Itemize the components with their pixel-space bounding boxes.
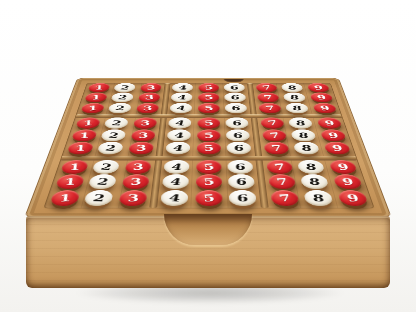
peg-1-r1c1[interactable]: 1 — [88, 82, 109, 92]
peg-6-r2c6[interactable]: 6 — [225, 92, 247, 102]
cell-r2c6: 6 — [222, 93, 250, 103]
peg-6-r3c6[interactable]: 6 — [225, 103, 247, 114]
cell-r8c1: 1 — [50, 175, 88, 191]
cell-r6c8: 8 — [291, 143, 325, 156]
peg-3-r3c3[interactable]: 3 — [136, 103, 159, 114]
box-front-face — [26, 216, 390, 288]
cell-r3c7: 7 — [256, 103, 285, 114]
cell-r2c3: 3 — [135, 93, 163, 103]
peg-5-r8c5[interactable]: 5 — [195, 174, 224, 190]
peg-3-r6c3[interactable]: 3 — [128, 142, 153, 155]
peg-7-r4c7[interactable]: 7 — [259, 117, 286, 129]
cell-r3c2: 2 — [105, 103, 135, 114]
peg-2-r1c2[interactable]: 2 — [113, 83, 137, 93]
peg-6-r4c6[interactable]: 6 — [226, 117, 249, 129]
product-photo-scene: 1234567891234567891234567891234567891234… — [0, 0, 416, 312]
cell-r9c5: 5 — [192, 191, 227, 208]
peg-5-r4c5[interactable]: 5 — [197, 117, 222, 129]
peg-3-r7c3[interactable]: 3 — [125, 160, 151, 175]
peg-5-r7c5[interactable]: 5 — [195, 159, 223, 174]
cell-r6c3: 3 — [124, 143, 157, 156]
peg-9-r1c9[interactable]: 9 — [306, 83, 330, 93]
cell-r9c4: 4 — [157, 191, 192, 208]
peg-8-r7c8[interactable]: 8 — [298, 159, 325, 174]
cell-r4c6: 6 — [223, 118, 253, 130]
cell-r5c3: 3 — [127, 130, 159, 143]
cell-r5c2: 2 — [97, 130, 130, 143]
peg-5-r5c5[interactable]: 5 — [196, 129, 222, 142]
peg-5-r6c5[interactable]: 5 — [196, 141, 222, 155]
cell-r4c1: 1 — [71, 118, 103, 130]
cell-r5c8: 8 — [288, 130, 321, 143]
peg-7-r9c7[interactable]: 7 — [269, 189, 301, 207]
peg-1-r8c1[interactable]: 1 — [56, 174, 84, 191]
peg-5-r9c5[interactable]: 5 — [194, 189, 224, 206]
cell-r2c2: 2 — [108, 93, 137, 103]
cell-r3c5: 5 — [195, 103, 223, 114]
sudoku-grid: 1234567891234567891234567891234567891234… — [45, 83, 374, 207]
peg-2-r4c2[interactable]: 2 — [103, 117, 130, 129]
cell-r8c8: 8 — [297, 175, 334, 191]
cell-r6c5: 5 — [193, 143, 224, 156]
peg-7-r5c7[interactable]: 7 — [261, 129, 289, 142]
cell-r6c6: 6 — [224, 143, 256, 156]
peg-3-r2c3[interactable]: 3 — [138, 92, 160, 102]
peg-4-r4c4[interactable]: 4 — [167, 117, 193, 129]
cell-r3c6: 6 — [222, 103, 250, 114]
cell-r4c2: 2 — [100, 118, 131, 130]
peg-8-r8c8[interactable]: 8 — [301, 174, 329, 190]
cell-r7c3: 3 — [121, 161, 155, 176]
cell-r9c3: 3 — [114, 191, 151, 208]
cell-r3c4: 4 — [167, 103, 195, 114]
peg-8-r5c8[interactable]: 8 — [292, 129, 317, 142]
cell-r7c2: 2 — [88, 161, 123, 176]
peg-7-r2c7[interactable]: 7 — [256, 92, 281, 103]
cell-r3c8: 8 — [283, 103, 313, 114]
peg-2-r6c2[interactable]: 2 — [96, 141, 125, 155]
cell-r9c2: 2 — [79, 191, 117, 208]
peg-9-r4c9[interactable]: 9 — [316, 117, 343, 129]
cell-r2c7: 7 — [254, 93, 282, 103]
peg-1-r2c1[interactable]: 1 — [85, 92, 107, 103]
peg-1-r4c1[interactable]: 1 — [76, 117, 100, 130]
peg-6-r9c6[interactable]: 6 — [229, 190, 257, 207]
finger-notch — [164, 214, 252, 245]
peg-6-r8c6[interactable]: 6 — [229, 174, 256, 190]
cell-r2c9: 9 — [307, 93, 337, 103]
peg-8-r9c8[interactable]: 8 — [305, 189, 334, 206]
peg-8-r3c8[interactable]: 8 — [286, 102, 309, 113]
cell-r3c3: 3 — [133, 103, 162, 114]
cell-r5c6: 6 — [223, 130, 254, 143]
cell-r5c7: 7 — [259, 130, 291, 143]
cell-r4c5: 5 — [194, 118, 223, 130]
peg-8-r4c8[interactable]: 8 — [289, 117, 313, 129]
cell-r7c5: 5 — [193, 161, 225, 176]
peg-3-r4c3[interactable]: 3 — [133, 117, 157, 129]
cell-r2c5: 5 — [195, 93, 222, 103]
cell-r9c1: 1 — [45, 191, 84, 208]
cell-r3c9: 9 — [310, 103, 341, 114]
cell-r9c9: 9 — [334, 191, 373, 208]
cell-r9c6: 6 — [226, 191, 261, 208]
cell-r2c1: 1 — [81, 93, 111, 103]
cell-r4c7: 7 — [257, 118, 288, 130]
cell-r5c1: 1 — [67, 130, 100, 143]
cell-r6c1: 1 — [62, 143, 97, 156]
peg-4-r5c4[interactable]: 4 — [166, 129, 193, 142]
peg-6-r5c6[interactable]: 6 — [226, 129, 250, 141]
cell-r4c9: 9 — [314, 118, 346, 130]
cell-r5c4: 4 — [164, 130, 194, 143]
cell-r9c7: 7 — [267, 191, 304, 208]
peg-9-r2c9[interactable]: 9 — [309, 92, 334, 102]
cell-r7c6: 6 — [225, 161, 258, 176]
cell-r8c7: 7 — [265, 175, 301, 191]
cell-r8c2: 2 — [84, 175, 121, 191]
cell-r8c5: 5 — [192, 175, 226, 191]
peg-2-r2c2[interactable]: 2 — [110, 92, 135, 103]
cell-r6c4: 4 — [162, 143, 193, 156]
peg-2-r8c2[interactable]: 2 — [87, 174, 118, 190]
peg-9-r9c9[interactable]: 9 — [337, 190, 370, 207]
cell-r6c9: 9 — [321, 143, 356, 156]
peg-6-r6c6[interactable]: 6 — [227, 142, 252, 155]
peg-4-r8c4[interactable]: 4 — [161, 174, 191, 190]
cell-r9c8: 8 — [300, 191, 338, 208]
cell-r3c1: 1 — [77, 103, 108, 114]
peg-field: 1234567891234567891234567891234567891234… — [43, 83, 374, 208]
peg-2-r5c2[interactable]: 2 — [100, 129, 128, 142]
cell-r4c4: 4 — [165, 118, 195, 130]
sudoku-board-top: 1234567891234567891234567891234567891234… — [24, 78, 392, 218]
peg-4-r2c4[interactable]: 4 — [170, 92, 194, 103]
peg-9-r3c9[interactable]: 9 — [312, 103, 338, 114]
cell-r2c8: 8 — [281, 93, 310, 103]
peg-1-r7c1[interactable]: 1 — [61, 159, 88, 175]
peg-5-r1c5[interactable]: 5 — [198, 82, 221, 92]
cell-r8c6: 6 — [225, 175, 259, 191]
cell-r6c2: 2 — [93, 143, 127, 156]
peg-7-r8c7[interactable]: 7 — [267, 174, 298, 190]
cell-r5c5: 5 — [194, 130, 224, 143]
cell-r7c1: 1 — [56, 161, 92, 176]
peg-7-r6c7[interactable]: 7 — [262, 141, 291, 155]
peg-4-r1c4[interactable]: 4 — [171, 82, 194, 92]
peg-4-r3c4[interactable]: 4 — [169, 102, 194, 113]
peg-5-r3c5[interactable]: 5 — [197, 102, 221, 113]
peg-7-r1c7[interactable]: 7 — [255, 82, 279, 92]
peg-1-r6c1[interactable]: 1 — [67, 141, 93, 155]
cell-r2c4: 4 — [168, 93, 196, 103]
peg-4-r6c4[interactable]: 4 — [164, 141, 192, 155]
peg-4-r9c4[interactable]: 4 — [159, 189, 190, 207]
cell-r7c7: 7 — [263, 161, 297, 176]
peg-3-r1c3[interactable]: 3 — [140, 83, 161, 93]
peg-3-r9c3[interactable]: 3 — [119, 190, 148, 207]
cell-r4c8: 8 — [286, 118, 317, 130]
cell-r4c3: 3 — [130, 118, 161, 130]
cell-r7c8: 8 — [294, 161, 329, 176]
peg-4-r7c4[interactable]: 4 — [162, 159, 191, 174]
peg-9-r8c9[interactable]: 9 — [332, 174, 364, 190]
peg-9-r6c9[interactable]: 9 — [323, 142, 352, 155]
peg-2-r9c2[interactable]: 2 — [82, 190, 115, 207]
peg-7-r3c7[interactable]: 7 — [257, 102, 283, 113]
peg-3-r8c3[interactable]: 3 — [122, 174, 149, 190]
peg-1-r3c1[interactable]: 1 — [81, 102, 104, 114]
peg-8-r1c8[interactable]: 8 — [282, 82, 303, 92]
cell-r5c9: 9 — [317, 130, 350, 143]
peg-2-r3c2[interactable]: 2 — [107, 103, 133, 114]
cell-r8c3: 3 — [117, 175, 153, 191]
peg-9-r7c9[interactable]: 9 — [328, 160, 359, 174]
cell-r7c9: 9 — [326, 161, 362, 176]
peg-1-r5c1[interactable]: 1 — [72, 129, 97, 142]
peg-7-r7c7[interactable]: 7 — [265, 159, 295, 174]
peg-6-r7c6[interactable]: 6 — [228, 160, 254, 174]
cell-r6c7: 7 — [261, 143, 294, 156]
peg-9-r5c9[interactable]: 9 — [320, 129, 348, 141]
peg-2-r7c2[interactable]: 2 — [91, 159, 121, 174]
peg-8-r2c8[interactable]: 8 — [284, 92, 306, 103]
peg-3-r5c3[interactable]: 3 — [131, 129, 155, 142]
peg-6-r1c6[interactable]: 6 — [224, 83, 245, 93]
back-rail-notch — [224, 79, 244, 82]
peg-8-r6c8[interactable]: 8 — [294, 141, 319, 155]
cell-r8c9: 9 — [330, 175, 368, 191]
peg-5-r2c5[interactable]: 5 — [197, 92, 220, 103]
cell-r7c4: 4 — [160, 161, 193, 176]
cell-r8c4: 4 — [159, 175, 193, 191]
peg-1-r9c1[interactable]: 1 — [50, 189, 79, 207]
